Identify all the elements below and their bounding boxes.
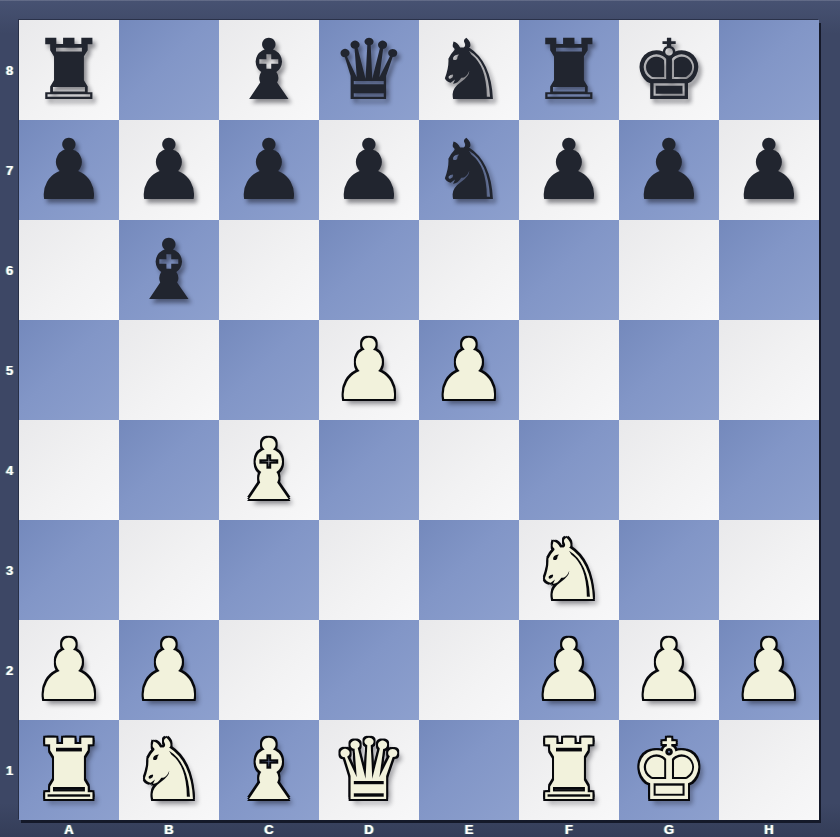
white-pawn[interactable]: ♟	[619, 620, 719, 720]
file-label-a: A	[19, 820, 119, 837]
square-g8[interactable]: ♚	[619, 20, 719, 120]
square-d5[interactable]: ♟	[319, 320, 419, 420]
square-b3[interactable]	[119, 520, 219, 620]
square-e7[interactable]: ♞	[419, 120, 519, 220]
square-d7[interactable]: ♟	[319, 120, 419, 220]
black-rook[interactable]: ♜	[19, 20, 119, 120]
square-f2[interactable]: ♟	[519, 620, 619, 720]
rank-label-8: 8	[0, 20, 19, 120]
file-label-g: G	[619, 820, 719, 837]
square-h6[interactable]	[719, 220, 819, 320]
white-bishop[interactable]: ♝	[219, 720, 319, 820]
square-a7[interactable]: ♟	[19, 120, 119, 220]
square-g5[interactable]	[619, 320, 719, 420]
square-g3[interactable]	[619, 520, 719, 620]
white-knight[interactable]: ♞	[519, 520, 619, 620]
file-label-e: E	[419, 820, 519, 837]
rank-label-6: 6	[0, 220, 19, 320]
square-d2[interactable]	[319, 620, 419, 720]
file-labels: ABCDEFGH	[19, 820, 819, 837]
file-label-b: B	[119, 820, 219, 837]
square-h3[interactable]	[719, 520, 819, 620]
board-frame: 87654321 ♜♝♛♞♜♚♟♟♟♟♞♟♟♟♝♟♟♝♞♟♟♟♟♟♜♞♝♛♜♚ …	[0, 0, 840, 837]
rank-labels: 87654321	[0, 20, 19, 820]
square-h5[interactable]	[719, 320, 819, 420]
black-pawn[interactable]: ♟	[319, 120, 419, 220]
black-knight[interactable]: ♞	[419, 20, 519, 120]
black-pawn[interactable]: ♟	[119, 120, 219, 220]
black-king[interactable]: ♚	[619, 20, 719, 120]
white-pawn[interactable]: ♟	[519, 620, 619, 720]
square-d1[interactable]: ♛	[319, 720, 419, 820]
square-h2[interactable]: ♟	[719, 620, 819, 720]
square-a8[interactable]: ♜	[19, 20, 119, 120]
chess-board: ♜♝♛♞♜♚♟♟♟♟♞♟♟♟♝♟♟♝♞♟♟♟♟♟♜♞♝♛♜♚	[19, 20, 819, 820]
square-c7[interactable]: ♟	[219, 120, 319, 220]
square-d8[interactable]: ♛	[319, 20, 419, 120]
square-c6[interactable]	[219, 220, 319, 320]
black-pawn[interactable]: ♟	[219, 120, 319, 220]
white-pawn[interactable]: ♟	[419, 320, 519, 420]
square-g6[interactable]	[619, 220, 719, 320]
black-bishop[interactable]: ♝	[119, 220, 219, 320]
white-pawn[interactable]: ♟	[119, 620, 219, 720]
square-g7[interactable]: ♟	[619, 120, 719, 220]
white-pawn[interactable]: ♟	[719, 620, 819, 720]
square-d6[interactable]	[319, 220, 419, 320]
black-pawn[interactable]: ♟	[619, 120, 719, 220]
square-d3[interactable]	[319, 520, 419, 620]
square-a2[interactable]: ♟	[19, 620, 119, 720]
square-a1[interactable]: ♜	[19, 720, 119, 820]
square-b7[interactable]: ♟	[119, 120, 219, 220]
square-e3[interactable]	[419, 520, 519, 620]
black-bishop[interactable]: ♝	[219, 20, 319, 120]
square-a6[interactable]	[19, 220, 119, 320]
square-f8[interactable]: ♜	[519, 20, 619, 120]
square-b1[interactable]: ♞	[119, 720, 219, 820]
rank-label-2: 2	[0, 620, 19, 720]
square-e6[interactable]	[419, 220, 519, 320]
square-e5[interactable]: ♟	[419, 320, 519, 420]
square-f5[interactable]	[519, 320, 619, 420]
square-h4[interactable]	[719, 420, 819, 520]
square-b2[interactable]: ♟	[119, 620, 219, 720]
square-e8[interactable]: ♞	[419, 20, 519, 120]
black-queen[interactable]: ♛	[319, 20, 419, 120]
square-a5[interactable]	[19, 320, 119, 420]
rank-label-1: 1	[0, 720, 19, 820]
black-pawn[interactable]: ♟	[519, 120, 619, 220]
file-label-h: H	[719, 820, 819, 837]
square-g1[interactable]: ♚	[619, 720, 719, 820]
square-c2[interactable]	[219, 620, 319, 720]
square-f4[interactable]	[519, 420, 619, 520]
square-c1[interactable]: ♝	[219, 720, 319, 820]
square-c3[interactable]	[219, 520, 319, 620]
square-h1[interactable]	[719, 720, 819, 820]
square-h8[interactable]	[719, 20, 819, 120]
white-pawn[interactable]: ♟	[319, 320, 419, 420]
square-h7[interactable]: ♟	[719, 120, 819, 220]
black-knight[interactable]: ♞	[419, 120, 519, 220]
square-d4[interactable]	[319, 420, 419, 520]
square-f3[interactable]: ♞	[519, 520, 619, 620]
rank-label-7: 7	[0, 120, 19, 220]
square-a4[interactable]	[19, 420, 119, 520]
white-rook[interactable]: ♜	[519, 720, 619, 820]
square-a3[interactable]	[19, 520, 119, 620]
white-knight[interactable]: ♞	[119, 720, 219, 820]
black-rook[interactable]: ♜	[519, 20, 619, 120]
white-king[interactable]: ♚	[619, 720, 719, 820]
square-g2[interactable]: ♟	[619, 620, 719, 720]
square-f6[interactable]	[519, 220, 619, 320]
square-c5[interactable]	[219, 320, 319, 420]
square-e4[interactable]	[419, 420, 519, 520]
square-b4[interactable]	[119, 420, 219, 520]
square-g4[interactable]	[619, 420, 719, 520]
black-pawn[interactable]: ♟	[19, 120, 119, 220]
rank-label-5: 5	[0, 320, 19, 420]
square-e2[interactable]	[419, 620, 519, 720]
rank-label-3: 3	[0, 520, 19, 620]
square-c4[interactable]: ♝	[219, 420, 319, 520]
white-bishop[interactable]: ♝	[219, 420, 319, 520]
square-e1[interactable]	[419, 720, 519, 820]
file-label-f: F	[519, 820, 619, 837]
white-rook[interactable]: ♜	[19, 720, 119, 820]
square-b5[interactable]	[119, 320, 219, 420]
square-b6[interactable]: ♝	[119, 220, 219, 320]
white-pawn[interactable]: ♟	[19, 620, 119, 720]
square-f1[interactable]: ♜	[519, 720, 619, 820]
square-f7[interactable]: ♟	[519, 120, 619, 220]
black-pawn[interactable]: ♟	[719, 120, 819, 220]
file-label-d: D	[319, 820, 419, 837]
white-queen[interactable]: ♛	[319, 720, 419, 820]
square-c8[interactable]: ♝	[219, 20, 319, 120]
file-label-c: C	[219, 820, 319, 837]
rank-label-4: 4	[0, 420, 19, 520]
square-b8[interactable]	[119, 20, 219, 120]
